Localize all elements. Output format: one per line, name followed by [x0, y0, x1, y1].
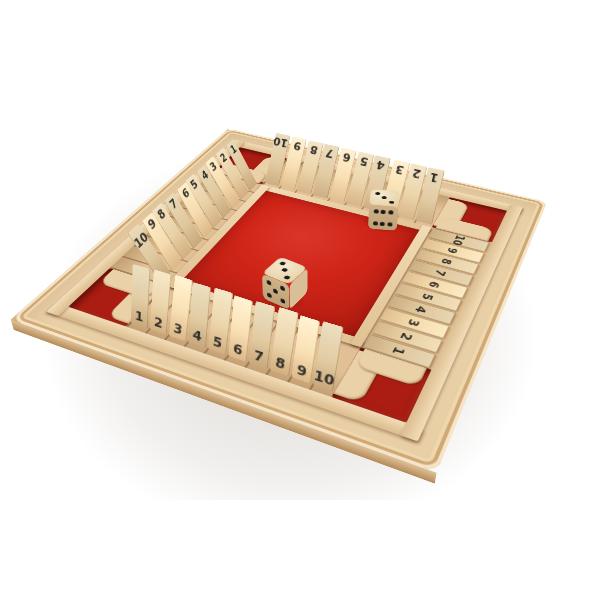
die-1[interactable]: [368, 213, 398, 231]
tile-number: 6: [180, 185, 191, 200]
die-pip: [274, 289, 279, 295]
tile-number: 2: [154, 314, 164, 330]
die-pip: [373, 215, 378, 219]
tile-number: 6: [233, 341, 244, 358]
die-pip: [380, 222, 385, 226]
product-photo: 12345678910 12345678910 12345678910 1234…: [0, 0, 600, 600]
die-pip: [388, 210, 393, 214]
tile-number: 3: [394, 163, 405, 177]
tile-number: 10: [313, 367, 336, 388]
tile-number: 8: [309, 144, 319, 157]
tile-bottom-1[interactable]: 1: [131, 264, 151, 329]
tile-number: 4: [413, 305, 430, 315]
tile-number: 10: [272, 135, 289, 150]
die-pip: [280, 285, 285, 291]
die-pip: [267, 280, 272, 286]
die-pip: [388, 216, 393, 220]
die-pip: [387, 222, 392, 226]
die-pip: [280, 298, 285, 304]
die-pip: [389, 193, 394, 196]
die-pip: [276, 272, 284, 277]
tile-number: 5: [359, 155, 370, 169]
die-pip: [302, 287, 305, 294]
die-pip: [382, 196, 387, 199]
tile-number: 1: [428, 171, 439, 185]
die-pip: [373, 221, 378, 225]
die-pip: [280, 291, 285, 297]
tile-number: 4: [375, 159, 386, 173]
tile-number: 2: [411, 167, 422, 181]
die-pip: [375, 200, 380, 203]
die-pip: [292, 267, 300, 272]
die-pip: [381, 216, 386, 220]
tile-number: 6: [341, 151, 351, 165]
tile-number: 5: [212, 334, 223, 351]
die-pip: [273, 282, 278, 288]
die-pip: [267, 286, 272, 292]
tile-number: 7: [167, 196, 179, 211]
die-pip: [286, 264, 294, 269]
die-pip: [293, 296, 296, 303]
die-pip: [382, 193, 387, 196]
tile-number: 2: [218, 150, 228, 164]
die-pip: [288, 271, 296, 276]
die-pip: [267, 292, 272, 298]
die-pip: [381, 210, 386, 214]
tile-number: 4: [200, 168, 210, 183]
tile-number: 1: [135, 308, 144, 324]
tile-number: 3: [173, 320, 183, 337]
tile-number: 3: [406, 318, 423, 328]
tile-number: 1: [229, 142, 238, 156]
tile-number: 7: [324, 147, 334, 160]
die-pip: [382, 200, 387, 203]
die-pip: [283, 275, 291, 280]
tile-number: 9: [296, 362, 308, 379]
die-pip: [297, 291, 300, 298]
tile-number: 9: [292, 140, 302, 153]
die-pip: [375, 192, 380, 195]
die-front-face: [368, 205, 399, 231]
tile-number: 7: [253, 348, 264, 365]
die-pip: [389, 201, 394, 204]
tile-number: 4: [192, 327, 202, 343]
die-pip: [374, 209, 379, 213]
tile-number: 9: [146, 216, 158, 232]
die-pip: [375, 196, 380, 199]
die-pip: [281, 268, 289, 273]
die-pip: [274, 295, 279, 301]
tile-number: 8: [274, 354, 286, 371]
die-pip: [389, 197, 394, 200]
